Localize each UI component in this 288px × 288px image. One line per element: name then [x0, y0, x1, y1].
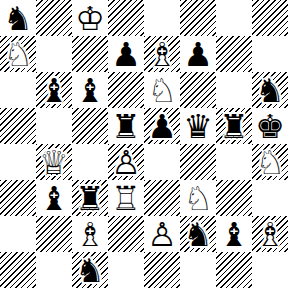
- square-c5[interactable]: [72, 108, 108, 144]
- square-c3[interactable]: ♜: [72, 180, 108, 216]
- square-f4[interactable]: [180, 144, 216, 180]
- square-c1[interactable]: ♞: [72, 252, 108, 288]
- square-f7[interactable]: ♟: [180, 36, 216, 72]
- square-e4[interactable]: [144, 144, 180, 180]
- square-h4[interactable]: ♞♘: [252, 144, 288, 180]
- square-d8[interactable]: [108, 0, 144, 36]
- square-g6[interactable]: [216, 72, 252, 108]
- square-c2[interactable]: ♝♗: [72, 216, 108, 252]
- piece-white-bishop: ♝♗: [252, 216, 288, 252]
- piece-black-bishop: ♝: [216, 216, 252, 252]
- square-f8[interactable]: [180, 0, 216, 36]
- square-e3[interactable]: [144, 180, 180, 216]
- piece-black-pawn: ♟: [108, 36, 144, 72]
- square-g3[interactable]: [216, 180, 252, 216]
- square-a7[interactable]: ♞♘: [0, 36, 36, 72]
- square-d3[interactable]: ♜♖: [108, 180, 144, 216]
- piece-white-pawn: ♟♙: [108, 144, 144, 180]
- piece-white-bishop: ♝♗: [72, 216, 108, 252]
- piece-black-knight: ♞: [180, 216, 216, 252]
- square-h8[interactable]: [252, 0, 288, 36]
- square-d1[interactable]: [108, 252, 144, 288]
- square-b8[interactable]: [36, 0, 72, 36]
- square-a8[interactable]: ♞: [0, 0, 36, 36]
- square-c7[interactable]: [72, 36, 108, 72]
- square-e1[interactable]: [144, 252, 180, 288]
- square-h1[interactable]: [252, 252, 288, 288]
- piece-black-rook: ♜: [216, 108, 252, 144]
- piece-white-knight: ♞♘: [180, 180, 216, 216]
- square-f3[interactable]: ♞♘: [180, 180, 216, 216]
- square-c8[interactable]: ♚♔: [72, 0, 108, 36]
- square-f2[interactable]: ♞: [180, 216, 216, 252]
- piece-white-queen: ♛♕: [36, 144, 72, 180]
- square-h7[interactable]: [252, 36, 288, 72]
- piece-black-bishop: ♝: [72, 72, 108, 108]
- piece-black-knight: ♞: [72, 252, 108, 288]
- square-b2[interactable]: [36, 216, 72, 252]
- square-e6[interactable]: ♞♘: [144, 72, 180, 108]
- square-b4[interactable]: ♛♕: [36, 144, 72, 180]
- piece-black-queen: ♛: [180, 108, 216, 144]
- square-f5[interactable]: ♛: [180, 108, 216, 144]
- square-g2[interactable]: ♝: [216, 216, 252, 252]
- square-b5[interactable]: [36, 108, 72, 144]
- square-a5[interactable]: [0, 108, 36, 144]
- piece-black-bishop: ♝: [36, 72, 72, 108]
- piece-black-king: ♚: [252, 108, 288, 144]
- piece-white-knight: ♞♘: [0, 36, 36, 72]
- piece-black-knight: ♞: [252, 72, 288, 108]
- chess-board: ♞♚♔♞♘♟♝♗♟♝♝♞♘♞♜♟♛♜♚♛♕♟♙♞♘♝♜♜♖♞♘♝♗♟♙♞♝♝♗♞: [0, 0, 288, 288]
- piece-white-knight: ♞♘: [252, 144, 288, 180]
- square-c4[interactable]: [72, 144, 108, 180]
- square-b3[interactable]: ♝: [36, 180, 72, 216]
- square-b6[interactable]: ♝: [36, 72, 72, 108]
- square-c6[interactable]: ♝: [72, 72, 108, 108]
- square-e5[interactable]: ♟: [144, 108, 180, 144]
- piece-black-rook: ♜: [108, 108, 144, 144]
- piece-white-king: ♚♔: [72, 0, 108, 36]
- square-d4[interactable]: ♟♙: [108, 144, 144, 180]
- square-d7[interactable]: ♟: [108, 36, 144, 72]
- square-e8[interactable]: [144, 0, 180, 36]
- square-d5[interactable]: ♜: [108, 108, 144, 144]
- piece-black-rook: ♜: [72, 180, 108, 216]
- square-a4[interactable]: [0, 144, 36, 180]
- square-e7[interactable]: ♝♗: [144, 36, 180, 72]
- square-e2[interactable]: ♟♙: [144, 216, 180, 252]
- square-f1[interactable]: [180, 252, 216, 288]
- piece-black-knight: ♞: [0, 0, 36, 36]
- piece-white-knight: ♞♘: [144, 72, 180, 108]
- piece-black-pawn: ♟: [180, 36, 216, 72]
- piece-white-bishop: ♝♗: [144, 36, 180, 72]
- square-h6[interactable]: ♞: [252, 72, 288, 108]
- square-a2[interactable]: [0, 216, 36, 252]
- page: ♞♚♔♞♘♟♝♗♟♝♝♞♘♞♜♟♛♜♚♛♕♟♙♞♘♝♜♜♖♞♘♝♗♟♙♞♝♝♗♞: [0, 0, 288, 288]
- square-b1[interactable]: [36, 252, 72, 288]
- square-h5[interactable]: ♚: [252, 108, 288, 144]
- square-g1[interactable]: [216, 252, 252, 288]
- piece-white-pawn: ♟♙: [144, 216, 180, 252]
- square-g5[interactable]: ♜: [216, 108, 252, 144]
- square-a6[interactable]: [0, 72, 36, 108]
- square-d2[interactable]: [108, 216, 144, 252]
- square-g7[interactable]: [216, 36, 252, 72]
- square-g8[interactable]: [216, 0, 252, 36]
- square-h2[interactable]: ♝♗: [252, 216, 288, 252]
- square-a3[interactable]: [0, 180, 36, 216]
- square-a1[interactable]: [0, 252, 36, 288]
- square-h3[interactable]: [252, 180, 288, 216]
- square-b7[interactable]: [36, 36, 72, 72]
- piece-white-rook: ♜♖: [108, 180, 144, 216]
- square-d6[interactable]: [108, 72, 144, 108]
- square-f6[interactable]: [180, 72, 216, 108]
- square-g4[interactable]: [216, 144, 252, 180]
- piece-black-pawn: ♟: [144, 108, 180, 144]
- piece-black-bishop: ♝: [36, 180, 72, 216]
